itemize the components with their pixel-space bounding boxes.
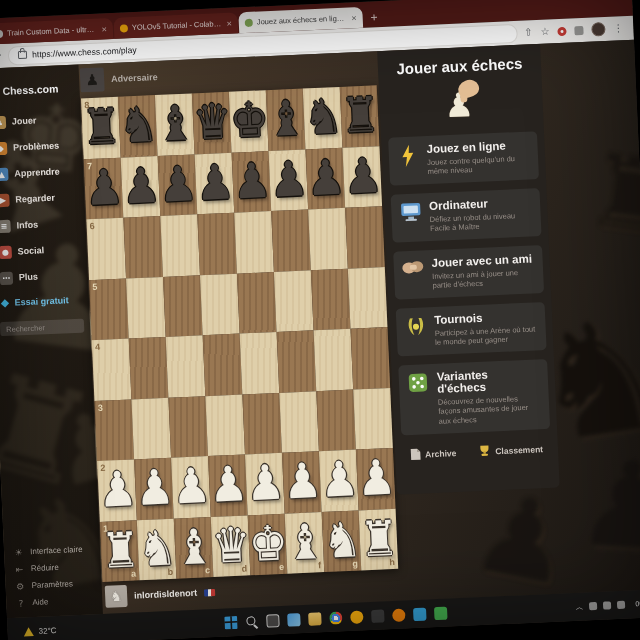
- tab-favicon: [0, 29, 3, 37]
- sidebar-nav: ♟Jouer◆Problèmes▲Apprendre▶Regarder≡Info…: [0, 105, 88, 291]
- footer-item-label: Paramètres: [31, 579, 73, 590]
- option-title: Ordinateur: [429, 195, 532, 212]
- square-g1[interactable]: g♞: [322, 510, 362, 572]
- aide-icon: ?: [15, 598, 26, 608]
- paramtres-icon: ⚙: [14, 581, 25, 591]
- chess-board: 8♜♞♝♛♚♝♞♜7♟♟♟♟♟♟♟♟65432♟♟♟♟♟♟♟♟1a♜b♞c♝d♛…: [81, 85, 398, 582]
- weather-icon: [23, 627, 33, 636]
- panel-options: Jouez en ligneJouez contre quelqu'un du …: [388, 131, 550, 435]
- white-pawn: ♟: [134, 454, 174, 522]
- black-pawn: ♟: [231, 147, 271, 215]
- white-pawn: ♟: [282, 448, 322, 516]
- option-title: Tournois: [434, 309, 537, 326]
- white-rook: ♜: [358, 505, 398, 573]
- screen: Train Custom Data - ultralytics/y×YOLOv5…: [0, 0, 640, 640]
- square-a8[interactable]: 8♜: [81, 97, 121, 159]
- square-g4[interactable]: [314, 329, 354, 391]
- square-a1[interactable]: 1a♜: [100, 520, 140, 582]
- search-placeholder: Rechercher: [6, 323, 45, 334]
- play-panel: Jouer aux échecs ♟ Jouez en ligneJouez c…: [377, 44, 560, 495]
- square-b4[interactable]: [129, 337, 169, 399]
- player-name: inlordisldenort: [134, 588, 197, 601]
- square-e4[interactable]: [240, 332, 280, 394]
- square-b2[interactable]: ♟: [134, 458, 174, 520]
- handshake-icon: [401, 257, 424, 275]
- tray-battery-icon[interactable]: [617, 601, 625, 609]
- chess-com-page: ♝♚♟♜♞♟♜♞♟♟♝ ♟ Chess.com ♟Jouer◆Problèmes…: [0, 40, 640, 618]
- white-king: ♚: [248, 510, 288, 578]
- square-c2[interactable]: ♟: [171, 456, 211, 518]
- white-bishop: ♝: [284, 508, 324, 576]
- rank-label: 6: [89, 221, 94, 231]
- square-c7[interactable]: ♟: [158, 154, 198, 216]
- square-b5[interactable]: [126, 276, 166, 338]
- square-e5[interactable]: [237, 272, 277, 334]
- chess-com-logo[interactable]: ♟ Chess.com: [0, 80, 80, 97]
- footer-item-label: Interface claire: [30, 545, 83, 556]
- square-c5[interactable]: [163, 275, 203, 337]
- option-text: Jouer avec un amiInvitez un ami à jouer …: [431, 252, 535, 291]
- black-bishop: ♝: [155, 90, 195, 158]
- opponent-name: Adversaire: [111, 72, 158, 84]
- black-bishop: ♝: [266, 85, 306, 153]
- square-g5[interactable]: [311, 268, 351, 330]
- square-a4[interactable]: 4: [92, 339, 132, 401]
- square-e1[interactable]: e♚: [248, 513, 288, 575]
- square-a2[interactable]: 2♟: [97, 459, 137, 521]
- sidebar-item-label: Jouer: [12, 115, 37, 126]
- lock-icon: [18, 51, 27, 59]
- rank-label: 5: [92, 281, 97, 291]
- bg-piece-decoration: ♜: [580, 131, 640, 259]
- france-flag-icon: [204, 588, 215, 595]
- square-b6[interactable]: [123, 216, 163, 278]
- bookmark-star-icon[interactable]: ☆: [540, 27, 549, 37]
- new-tab-button[interactable]: +: [370, 11, 378, 23]
- square-g2[interactable]: ♟: [319, 450, 359, 512]
- clock[interactable]: 00:09: [635, 599, 640, 608]
- sidebar-item-essai-gratuit[interactable]: ◆ Essai gratuit: [0, 287, 89, 314]
- problèmes-icon: ◆: [0, 141, 7, 155]
- sidebar-footer-aide[interactable]: ?Aide: [6, 591, 103, 612]
- square-h3[interactable]: [353, 387, 393, 449]
- computer-icon: [399, 200, 422, 222]
- sidebar-item-label: Plus: [19, 272, 38, 283]
- square-e8[interactable]: ♚: [229, 90, 269, 152]
- square-h2[interactable]: ♟: [356, 448, 396, 510]
- widgets-icon[interactable]: [287, 613, 301, 627]
- chrome-icon[interactable]: [329, 611, 343, 625]
- option-ordinateur[interactable]: OrdinateurDéfiez un robot du niveau Faci…: [391, 188, 542, 243]
- colab-icon[interactable]: [350, 610, 364, 624]
- square-c6[interactable]: [160, 214, 200, 276]
- link-archive[interactable]: Archive: [410, 446, 457, 463]
- infos-icon: ≡: [0, 219, 11, 233]
- interfaceclaire-icon: ☀: [13, 547, 24, 557]
- taskbar-pinned-apps: [224, 606, 447, 629]
- option-title: Jouez en ligne: [426, 139, 529, 156]
- option-title: Variantes d'échecs: [436, 366, 540, 395]
- system-tray: ︿ 00:09: [575, 598, 640, 612]
- diamond-icon: ◆: [1, 297, 9, 308]
- weather-temp: 32°C: [38, 626, 56, 636]
- url-text[interactable]: https://www.chess.com/play: [32, 45, 137, 60]
- white-pawn: ♟: [208, 451, 248, 519]
- square-h5[interactable]: [348, 267, 388, 329]
- vlc-icon[interactable]: [392, 608, 406, 622]
- square-h8[interactable]: ♜: [340, 85, 380, 147]
- search-input[interactable]: Rechercher: [0, 319, 84, 337]
- plus-icon: ⋯: [0, 271, 13, 285]
- sidebar-item-label: Regarder: [15, 193, 55, 205]
- sidebar-footer: ☀Interface claire⇤Réduire⚙Paramètres?Aid…: [4, 540, 103, 612]
- tab-close-icon[interactable]: ×: [226, 18, 232, 28]
- tab-title: YOLOv5 Tutorial - Colaboratory: [132, 19, 223, 32]
- lightning-icon: [396, 143, 419, 167]
- regarder-icon: ▶: [0, 193, 10, 207]
- square-d6[interactable]: [197, 213, 237, 275]
- square-b8[interactable]: ♞: [118, 95, 158, 157]
- tab-title: Jouez aux échecs en ligne grat...: [257, 13, 348, 26]
- white-knight: ♞: [137, 515, 177, 583]
- square-f2[interactable]: ♟: [282, 451, 322, 513]
- square-d1[interactable]: d♛: [211, 515, 251, 577]
- opponent-avatar[interactable]: ♟: [80, 67, 105, 92]
- black-pawn: ♟: [268, 145, 308, 213]
- white-pawn: ♟: [319, 446, 359, 514]
- square-f6[interactable]: [271, 209, 311, 271]
- black-rook: ♜: [81, 93, 121, 161]
- panel-title: Jouer aux échecs: [385, 54, 535, 78]
- white-knight: ♞: [321, 506, 361, 574]
- square-d7[interactable]: ♟: [195, 152, 235, 214]
- rank-label: 3: [98, 402, 103, 412]
- white-rook: ♜: [100, 516, 140, 584]
- hand-holding-pawn-icon: ♟: [440, 80, 482, 126]
- black-queen: ♛: [192, 88, 232, 156]
- option-text: Variantes d'échecsDécouvrez de nouvelles…: [436, 366, 541, 426]
- square-g7[interactable]: ♟: [305, 147, 345, 209]
- option-subtitle: Invitez un ami à jouer une partie d'éche…: [432, 267, 536, 291]
- white-pawn: ♟: [171, 453, 211, 521]
- square-e2[interactable]: ♟: [245, 453, 285, 515]
- share-icon[interactable]: ⇧: [524, 27, 533, 37]
- square-h4[interactable]: [351, 327, 391, 389]
- black-king: ♚: [229, 87, 269, 155]
- square-d5[interactable]: [200, 273, 240, 335]
- footer-item-label: Aide: [32, 597, 48, 607]
- tray-network-icon[interactable]: [589, 602, 597, 610]
- panel-links: ArchiveClassement: [402, 442, 552, 464]
- square-f7[interactable]: ♟: [269, 149, 309, 211]
- square-h7[interactable]: ♟: [342, 146, 382, 208]
- archive-icon: [410, 447, 422, 462]
- tab-close-icon[interactable]: ×: [351, 13, 357, 23]
- black-pawn: ♟: [305, 144, 345, 212]
- tab-close-icon[interactable]: ×: [101, 24, 107, 34]
- option-title: Jouer avec un ami: [431, 252, 534, 269]
- code-icon[interactable]: [413, 607, 427, 621]
- square-f8[interactable]: ♝: [266, 89, 306, 151]
- apprendre-icon: ▲: [0, 167, 9, 181]
- option-text: OrdinateurDéfiez un robot du niveau Faci…: [429, 195, 533, 234]
- square-d3[interactable]: [205, 394, 245, 456]
- explorer-icon[interactable]: [308, 612, 322, 626]
- tray-volume-icon[interactable]: [603, 601, 611, 609]
- black-pawn: ♟: [120, 152, 160, 220]
- dice-icon: [406, 371, 429, 393]
- black-knight: ♞: [303, 83, 343, 151]
- notification-extension-icon[interactable]: [557, 26, 566, 35]
- link-classement[interactable]: Classement: [478, 442, 543, 460]
- sidebar-item-label: Problèmes: [13, 140, 59, 152]
- player-avatar[interactable]: ♞: [105, 585, 128, 608]
- option-subtitle: Jouez contre quelqu'un du même niveau: [427, 153, 531, 177]
- black-rook: ♜: [340, 82, 380, 150]
- square-e6[interactable]: [234, 211, 274, 273]
- square-b1[interactable]: b♞: [137, 518, 177, 580]
- option-jouer-avec-un-ami[interactable]: Jouer avec un amiInvitez un ami à jouer …: [393, 245, 544, 300]
- logo-text: Chess.com: [2, 82, 59, 96]
- rank-label: 4: [95, 342, 100, 352]
- sidebar-item-label: Social: [18, 245, 45, 256]
- square-f1[interactable]: f♝: [285, 512, 325, 574]
- square-g6[interactable]: [308, 208, 348, 270]
- square-c1[interactable]: c♝: [174, 517, 214, 579]
- square-g3[interactable]: [316, 389, 356, 451]
- option-text: Jouez en ligneJouez contre quelqu'un du …: [426, 139, 530, 178]
- link-label: Classement: [495, 444, 543, 456]
- white-bishop: ♝: [174, 513, 214, 581]
- square-f4[interactable]: [277, 330, 317, 392]
- footer-item-label: Réduire: [31, 563, 59, 573]
- ranking-icon: [478, 444, 492, 460]
- rduire-icon: ⇤: [14, 564, 25, 574]
- black-pawn: ♟: [194, 149, 234, 217]
- white-pawn: ♟: [97, 456, 137, 524]
- tab-favicon: [245, 18, 253, 26]
- square-a5[interactable]: 5: [89, 278, 129, 340]
- white-pawn: ♟: [356, 444, 396, 512]
- square-d4[interactable]: [203, 334, 243, 396]
- option-subtitle: Découvrez de nouvelles façons amusantes …: [438, 393, 542, 427]
- browser-action-icons: ⇧ ☆ ⋮: [524, 21, 624, 39]
- browser-profile-avatar[interactable]: [591, 22, 606, 37]
- square-a7[interactable]: 7♟: [84, 157, 124, 219]
- black-pawn: ♟: [157, 150, 197, 218]
- laurel-icon: [404, 314, 427, 338]
- app-green-icon[interactable]: [434, 606, 448, 620]
- black-pawn: ♟: [342, 142, 382, 210]
- option-variantes-d-checs[interactable]: Variantes d'échecsDécouvrez de nouvelles…: [398, 359, 550, 435]
- tab-title: Train Custom Data - ultralytics/y: [7, 25, 98, 38]
- trial-label: Essai gratuit: [14, 295, 68, 307]
- square-c4[interactable]: [166, 335, 206, 397]
- square-h6[interactable]: [345, 206, 385, 268]
- extensions-icon[interactable]: [574, 25, 583, 34]
- option-subtitle: Défiez un robot du niveau Facile à Maîtr…: [430, 210, 534, 234]
- white-queen: ♛: [211, 511, 251, 579]
- square-a6[interactable]: 6: [86, 218, 126, 280]
- square-e7[interactable]: ♟: [232, 151, 272, 213]
- reload-icon[interactable]: ⟳: [0, 49, 2, 62]
- square-f5[interactable]: [274, 270, 314, 332]
- square-h1[interactable]: h♜: [359, 508, 399, 570]
- square-d8[interactable]: ♛: [192, 92, 232, 154]
- link-label: Archive: [425, 448, 457, 459]
- social-icon: ●: [0, 245, 12, 259]
- option-tournois[interactable]: TournoisParticipez à une Arène où tout l…: [396, 302, 547, 357]
- board-column: ♟ Adversaire 8♜♞♝♛♚♝♞♜7♟♟♟♟♟♟♟♟65432♟♟♟♟…: [79, 51, 399, 608]
- square-d2[interactable]: ♟: [208, 454, 248, 516]
- square-b7[interactable]: ♟: [121, 156, 161, 218]
- square-a3[interactable]: 3: [94, 399, 134, 461]
- square-e3[interactable]: [242, 392, 282, 454]
- taskview-icon[interactable]: [266, 614, 280, 628]
- start-icon[interactable]: [224, 615, 238, 629]
- option-jouez-en-ligne[interactable]: Jouez en ligneJouez contre quelqu'un du …: [388, 131, 539, 186]
- square-b3[interactable]: [131, 397, 171, 459]
- search-icon[interactable]: [245, 615, 259, 629]
- square-f3[interactable]: [279, 391, 319, 453]
- option-text: TournoisParticipez à une Arène où tout l…: [434, 309, 538, 348]
- white-pawn: ♟: [245, 449, 285, 517]
- square-g8[interactable]: ♞: [303, 87, 343, 149]
- tab-favicon: [120, 24, 128, 32]
- weather-widget[interactable]: 32°C: [23, 626, 56, 636]
- square-c3[interactable]: [168, 396, 208, 458]
- sidebar-item-label: Apprendre: [14, 166, 60, 178]
- sidebar-item-label: Infos: [16, 219, 38, 230]
- browser-menu-icon[interactable]: ⋮: [613, 23, 623, 33]
- tray-chevron-icon[interactable]: ︿: [575, 601, 583, 612]
- option-subtitle: Participez à une Arène où tout le monde …: [435, 324, 539, 348]
- app-dark-icon[interactable]: [371, 609, 385, 623]
- black-knight: ♞: [118, 92, 158, 160]
- jouer-icon: ♟: [0, 115, 6, 129]
- square-c8[interactable]: ♝: [155, 93, 195, 155]
- black-pawn: ♟: [84, 154, 124, 222]
